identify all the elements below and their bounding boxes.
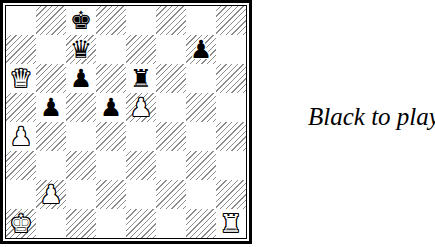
square-g4 — [186, 122, 216, 151]
square-b8 — [36, 6, 66, 35]
piece-white-queen: ♛ — [6, 64, 36, 93]
square-f5 — [156, 93, 186, 122]
square-e8 — [126, 6, 156, 35]
board-grid: ♚♛♟♛♟♜♟♟♟♟♟♚♜ — [5, 5, 247, 239]
piece-white-pawn: ♟ — [36, 180, 66, 209]
square-h1: ♜ — [216, 209, 246, 238]
square-d6 — [96, 64, 126, 93]
square-g8 — [186, 6, 216, 35]
square-f1 — [156, 209, 186, 238]
piece-black-queen: ♛ — [66, 35, 96, 64]
piece-white-pawn: ♟ — [6, 122, 36, 151]
square-f4 — [156, 122, 186, 151]
square-g6 — [186, 64, 216, 93]
square-h7 — [216, 35, 246, 64]
square-h3 — [216, 151, 246, 180]
square-h6 — [216, 64, 246, 93]
square-c5 — [66, 93, 96, 122]
square-g5 — [186, 93, 216, 122]
square-h4 — [216, 122, 246, 151]
piece-white-rook: ♜ — [216, 209, 246, 238]
square-h8 — [216, 6, 246, 35]
square-h2 — [216, 180, 246, 209]
square-a1: ♚ — [6, 209, 36, 238]
square-e5: ♟ — [126, 93, 156, 122]
square-g1 — [186, 209, 216, 238]
square-d8 — [96, 6, 126, 35]
square-c7: ♛ — [66, 35, 96, 64]
square-h5 — [216, 93, 246, 122]
square-a3 — [6, 151, 36, 180]
square-f8 — [156, 6, 186, 35]
square-e7 — [126, 35, 156, 64]
square-b3 — [36, 151, 66, 180]
square-g2 — [186, 180, 216, 209]
square-f6 — [156, 64, 186, 93]
square-c8: ♚ — [66, 6, 96, 35]
square-c2 — [66, 180, 96, 209]
piece-white-king: ♚ — [6, 209, 36, 238]
square-a6: ♛ — [6, 64, 36, 93]
square-e2 — [126, 180, 156, 209]
square-c4 — [66, 122, 96, 151]
square-b4 — [36, 122, 66, 151]
square-e3 — [126, 151, 156, 180]
square-a2 — [6, 180, 36, 209]
square-a7 — [6, 35, 36, 64]
piece-black-pawn: ♟ — [186, 35, 216, 64]
square-e4 — [126, 122, 156, 151]
square-b6 — [36, 64, 66, 93]
square-e1 — [126, 209, 156, 238]
square-a4: ♟ — [6, 122, 36, 151]
square-f2 — [156, 180, 186, 209]
chess-board: ♚♛♟♛♟♜♟♟♟♟♟♚♜ — [0, 0, 252, 244]
square-g7: ♟ — [186, 35, 216, 64]
page: ♚♛♟♛♟♜♟♟♟♟♟♚♜ Black to play — [0, 0, 435, 247]
square-d4 — [96, 122, 126, 151]
square-e6: ♜ — [126, 64, 156, 93]
square-b5: ♟ — [36, 93, 66, 122]
piece-black-king: ♚ — [66, 6, 96, 35]
square-d7 — [96, 35, 126, 64]
square-f7 — [156, 35, 186, 64]
piece-black-pawn: ♟ — [36, 93, 66, 122]
square-d1 — [96, 209, 126, 238]
square-d3 — [96, 151, 126, 180]
square-c6: ♟ — [66, 64, 96, 93]
piece-black-rook: ♜ — [126, 64, 156, 93]
piece-black-pawn: ♟ — [66, 64, 96, 93]
piece-white-pawn: ♟ — [126, 93, 156, 122]
square-c3 — [66, 151, 96, 180]
square-d5: ♟ — [96, 93, 126, 122]
square-a8 — [6, 6, 36, 35]
square-b1 — [36, 209, 66, 238]
square-d2 — [96, 180, 126, 209]
side-to-move-caption: Black to play — [308, 103, 435, 131]
square-a5 — [6, 93, 36, 122]
square-b7 — [36, 35, 66, 64]
square-f3 — [156, 151, 186, 180]
square-c1 — [66, 209, 96, 238]
square-b2: ♟ — [36, 180, 66, 209]
square-g3 — [186, 151, 216, 180]
piece-black-pawn: ♟ — [96, 93, 126, 122]
